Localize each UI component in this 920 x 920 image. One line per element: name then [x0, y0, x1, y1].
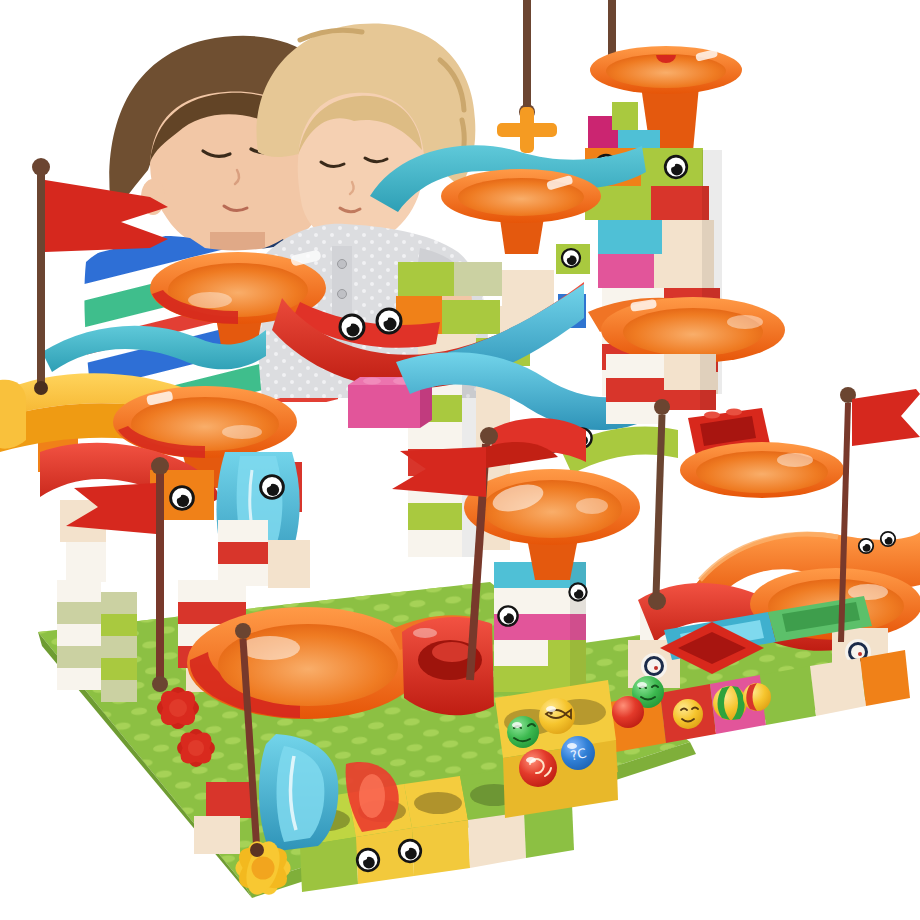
pole-ball: [480, 427, 498, 445]
marble-run-scene: ?C: [0, 0, 920, 920]
marble-yellow-smiley: [673, 699, 703, 729]
marble-green-face: [507, 716, 539, 748]
pole-hub: [250, 843, 264, 857]
funnel-mid-right: [680, 442, 844, 498]
product-photo: ?C: [0, 0, 920, 920]
logo-sticker: [641, 653, 667, 679]
flag-pole: [523, 0, 531, 106]
pole-ball: [648, 592, 666, 610]
pole-ball: [32, 158, 50, 176]
pole-ball: [235, 623, 251, 639]
gear-cross: [520, 107, 534, 153]
flag-pole: [608, 0, 616, 55]
girl-button: [338, 260, 347, 269]
pole-knob: [34, 381, 48, 395]
flag-pole: [37, 174, 45, 386]
flag-pole: [156, 474, 164, 686]
pole-ball: [152, 676, 168, 692]
girl-button: [338, 290, 347, 299]
pole-ball: [151, 457, 169, 475]
marble-red: [612, 696, 644, 728]
red-corner-bowl: [402, 617, 494, 715]
pole-ball: [654, 399, 670, 415]
